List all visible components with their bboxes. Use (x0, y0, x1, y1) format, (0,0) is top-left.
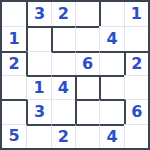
cell-r1c1[interactable] (2, 2, 26, 26)
given-digit: 2 (9, 56, 20, 72)
given-digit: 1 (131, 6, 142, 22)
given-digit: 3 (34, 104, 45, 120)
cell-r2c6[interactable] (124, 26, 148, 50)
given-digit: 5 (9, 128, 20, 144)
cell-r3c5[interactable] (99, 51, 123, 75)
cell-r4c5[interactable] (99, 75, 123, 99)
cell-r6c5[interactable]: 4 (99, 124, 123, 148)
given-digit: 2 (58, 6, 69, 22)
cell-r1c6[interactable]: 1 (124, 2, 148, 26)
cell-r2c5[interactable]: 4 (99, 26, 123, 50)
cell-r5c5[interactable] (99, 99, 123, 123)
cell-r4c4[interactable] (75, 75, 99, 99)
cell-r6c3[interactable]: 2 (51, 124, 75, 148)
given-digit: 3 (34, 6, 45, 22)
cell-r6c2[interactable] (26, 124, 50, 148)
cell-r2c4[interactable] (75, 26, 99, 50)
cell-r3c4[interactable]: 6 (75, 51, 99, 75)
cell-r5c1[interactable] (2, 99, 26, 123)
given-digit: 4 (58, 80, 69, 96)
cell-r1c5[interactable] (99, 2, 123, 26)
given-digit: 6 (82, 56, 93, 72)
cell-r3c3[interactable] (51, 51, 75, 75)
cell-r3c2[interactable] (26, 51, 50, 75)
cell-r3c1[interactable]: 2 (2, 51, 26, 75)
given-digit: 2 (131, 56, 142, 72)
given-digit: 2 (58, 129, 69, 145)
cell-r2c3[interactable] (51, 26, 75, 50)
given-digit: 1 (33, 80, 44, 96)
cell-r6c4[interactable] (75, 124, 99, 148)
cell-r1c3[interactable]: 2 (51, 2, 75, 26)
cell-r2c2[interactable] (26, 26, 50, 50)
cell-r3c6[interactable]: 2 (124, 51, 148, 75)
puzzle-board: 321142621436524 (0, 0, 150, 150)
cell-r5c2[interactable]: 3 (26, 99, 50, 123)
cell-r5c3[interactable] (51, 99, 75, 123)
cell-r4c1[interactable] (2, 75, 26, 99)
cell-r1c2[interactable]: 3 (26, 2, 50, 26)
given-digit: 6 (131, 104, 142, 120)
cell-r5c6[interactable]: 6 (124, 99, 148, 123)
cell-r2c1[interactable]: 1 (2, 26, 26, 50)
cell-r1c4[interactable] (75, 2, 99, 26)
given-digit: 4 (106, 129, 117, 145)
given-digit: 1 (9, 31, 20, 47)
cell-r5c4[interactable] (75, 99, 99, 123)
cell-r4c6[interactable] (124, 75, 148, 99)
cell-r6c6[interactable] (124, 124, 148, 148)
cell-r4c2[interactable]: 1 (26, 75, 50, 99)
cell-r4c3[interactable]: 4 (51, 75, 75, 99)
cell-r6c1[interactable]: 5 (2, 124, 26, 148)
given-digit: 4 (106, 31, 117, 47)
